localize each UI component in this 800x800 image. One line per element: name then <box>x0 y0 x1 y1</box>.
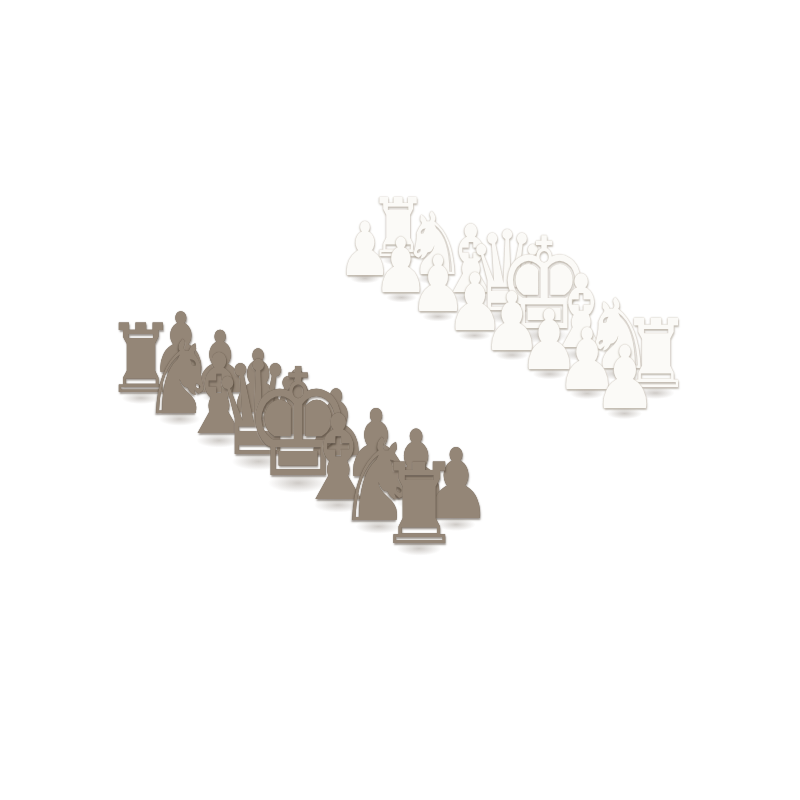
white-pawn-h2: ♟ <box>593 335 657 422</box>
pieces-layer: ♜♞♝♛♚♝♞♜♟♟♟♟♟♟♟♟♟♟♟♟♟♟♟♟♜♞♝♛♚♝♞♜ <box>0 0 800 800</box>
grey-rook-h8: ♜ <box>378 448 460 560</box>
product-photo-stage: Grey and white marble chess set arranged… <box>0 0 800 800</box>
